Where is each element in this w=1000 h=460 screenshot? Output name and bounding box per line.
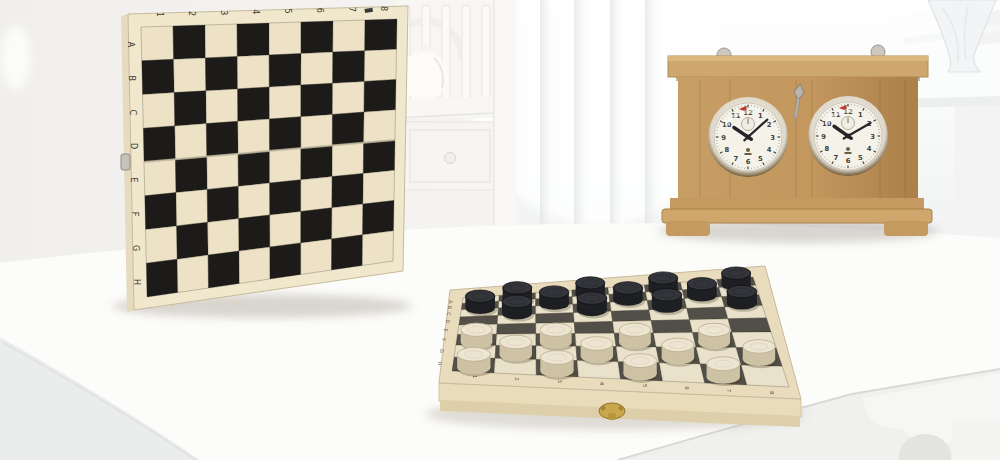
coordinate-label: 8 — [769, 391, 775, 395]
chess-square — [364, 110, 396, 143]
coordinate-label: 8 — [379, 6, 388, 11]
dial-numeral: 4 — [867, 145, 872, 153]
coordinate-label: B — [127, 76, 136, 82]
flat-checkers-board: 12345678ABCDEFGH — [437, 266, 801, 427]
coordinate-label: 4 — [251, 9, 260, 14]
chess-square — [143, 126, 175, 162]
checker-piece-light — [457, 347, 493, 376]
coordinate-label: 7 — [347, 7, 356, 12]
chess-square — [173, 25, 205, 59]
hinge-clasp-icon — [121, 154, 130, 170]
chess-square — [301, 146, 333, 180]
checker-piece-light — [619, 323, 653, 351]
dial-numeral: 7 — [733, 155, 738, 163]
checker-piece-light — [540, 323, 574, 351]
chess-square — [269, 54, 301, 87]
coordinate-label: E — [443, 328, 449, 331]
coordinate-label: B — [447, 306, 453, 310]
coordinate-label: 6 — [684, 386, 690, 390]
checker-piece-light — [707, 357, 743, 386]
chess-square — [363, 201, 394, 235]
dial-numeral: 2 — [767, 121, 772, 129]
dial-numeral: 9 — [721, 134, 726, 142]
coordinate-label: D — [129, 143, 138, 149]
checker-piece-light — [743, 340, 778, 369]
chess-square — [206, 89, 238, 124]
checkers-square — [497, 323, 536, 334]
checker-piece-dark — [652, 289, 684, 316]
chess-square — [332, 204, 363, 239]
coordinate-label: H — [437, 362, 443, 366]
coordinate-label: A — [126, 42, 135, 48]
checker-piece-light — [623, 354, 659, 383]
coordinate-label: 5 — [642, 384, 648, 388]
hand-axle — [846, 134, 851, 139]
chess-square — [363, 170, 395, 204]
standing-chessboard: 12345678ABCDEFGH — [121, 6, 408, 313]
photo-scene: 12345678ABCDEFGH 12345678ABCDEFGH 1234 — [0, 0, 1000, 460]
chess-square — [301, 21, 333, 54]
coordinate-label: G — [131, 245, 140, 251]
chess-square — [207, 154, 239, 190]
chess-square — [238, 183, 269, 219]
coordinate-label: 2 — [187, 11, 196, 16]
checker-piece-dark — [613, 282, 645, 308]
coordinate-label: C — [446, 312, 452, 316]
checkers-square — [687, 307, 728, 320]
chess-square — [301, 114, 333, 148]
chess-square — [205, 24, 237, 58]
dial-emblem-icon — [846, 147, 850, 151]
dial-numeral: 3 — [770, 134, 775, 142]
chess-square — [301, 83, 333, 116]
coordinate-label: F — [130, 212, 139, 217]
chess-square — [301, 52, 333, 85]
checker-piece-light — [698, 323, 732, 351]
chess-square — [142, 59, 174, 94]
chess-square — [333, 20, 365, 52]
chess-square — [332, 112, 364, 145]
chess-square — [332, 235, 363, 270]
chess-square — [333, 51, 365, 84]
chess-square — [269, 85, 301, 119]
drawer-knob — [445, 153, 456, 164]
chess-square — [332, 81, 364, 114]
chess-square — [238, 119, 270, 154]
dial-numeral: 8 — [824, 145, 829, 153]
chess-clock: 123456789101112 123456789101112 — [662, 45, 932, 236]
scene-canvas: 12345678ABCDEFGH 12345678ABCDEFGH 1234 — [0, 0, 1000, 460]
dial-numeral: 6 — [746, 158, 751, 166]
dial-numeral: 6 — [846, 157, 851, 165]
checkers-square — [611, 310, 651, 322]
chess-square — [145, 193, 177, 230]
chess-square — [144, 159, 176, 196]
checkers-square — [574, 322, 614, 334]
chess-square — [141, 26, 174, 61]
chess-square — [365, 19, 397, 51]
chess-square — [332, 173, 363, 207]
table-leg — [952, 420, 1000, 460]
coordinate-label: 3 — [219, 10, 228, 15]
chess-square — [174, 58, 206, 93]
checkers-square — [536, 313, 575, 324]
chess-square — [238, 87, 270, 121]
coordinate-label: D — [445, 320, 451, 324]
chess-square — [270, 180, 301, 215]
chess-square — [176, 189, 208, 226]
chess-square — [363, 140, 395, 173]
coordinate-label: 5 — [283, 9, 292, 14]
chess-square — [205, 56, 237, 90]
coordinate-label: F — [441, 338, 447, 341]
dial-numeral: 1 — [758, 112, 763, 120]
clock-foot-left — [666, 221, 710, 236]
chess-square — [237, 55, 269, 89]
chess-square — [270, 148, 301, 183]
chess-square — [237, 23, 269, 56]
checker-piece-light — [662, 338, 697, 367]
chess-square — [177, 255, 208, 292]
dial-numeral: 5 — [758, 155, 763, 163]
checker-piece-dark — [465, 290, 497, 316]
chess-square — [146, 226, 178, 263]
checker-piece-dark — [687, 278, 719, 304]
coordinate-label: 2 — [514, 377, 520, 381]
chess-square — [238, 151, 270, 186]
checker-piece-light — [461, 323, 495, 351]
dial-numeral: 4 — [767, 146, 772, 154]
chess-square — [208, 219, 239, 256]
checker-piece-light — [581, 337, 616, 366]
coordinate-label: 1 — [155, 12, 164, 17]
coordinate-label: A — [448, 300, 454, 304]
chess-square — [270, 243, 301, 279]
checker-piece-dark — [577, 292, 609, 319]
chess-square — [239, 215, 270, 251]
hand-axle — [746, 135, 751, 140]
chess-square — [207, 186, 239, 222]
coordinate-label: G — [439, 349, 445, 353]
checker-piece-dark — [502, 295, 534, 322]
checker-piece-dark — [727, 285, 759, 312]
chess-square — [362, 231, 393, 266]
sideboard-post — [494, 0, 516, 232]
chess-square — [177, 222, 209, 259]
dial-numeral: 1 — [858, 111, 863, 119]
chess-square — [364, 80, 396, 113]
dial-emblem-icon — [746, 148, 750, 152]
chess-square — [174, 91, 206, 126]
chess-square — [175, 124, 207, 160]
dial-numeral: 9 — [821, 133, 826, 141]
checker-piece-dark — [539, 286, 571, 312]
coordinate-label: 3 — [557, 379, 563, 383]
chess-square — [301, 177, 332, 212]
dial-numeral: 5 — [858, 154, 863, 162]
dial-numeral: 7 — [833, 154, 838, 162]
chess-square — [301, 239, 332, 275]
coordinate-label: C — [128, 109, 137, 115]
coordinate-label: 7 — [726, 389, 732, 393]
checker-piece-light — [500, 335, 535, 364]
chess-square — [301, 208, 332, 243]
chess-square — [208, 251, 239, 288]
coordinate-label: H — [132, 279, 141, 285]
chess-square — [143, 93, 175, 129]
checker-piece-light — [540, 350, 576, 379]
dial-numeral: 3 — [870, 133, 875, 141]
chess-square — [239, 247, 270, 284]
coordinate-label: 4 — [599, 382, 605, 386]
chess-square — [364, 49, 396, 81]
chess-square — [175, 157, 207, 193]
checkers-square — [651, 320, 693, 333]
clock-base-step1 — [670, 198, 924, 210]
chess-square — [146, 259, 178, 297]
dial-numeral: 8 — [724, 146, 729, 154]
chess-square — [332, 143, 364, 177]
chess-square — [270, 211, 301, 247]
clock-base-step2 — [662, 209, 932, 223]
checkers-square — [741, 365, 789, 387]
chess-square — [206, 121, 238, 156]
background-chair-finial — [1, 26, 31, 90]
chess-square — [269, 22, 301, 55]
coordinate-label: 6 — [315, 8, 324, 13]
chess-square — [269, 117, 301, 151]
clock-foot-right — [884, 221, 928, 236]
checkers-square — [728, 318, 771, 332]
coordinate-label: E — [129, 178, 138, 183]
